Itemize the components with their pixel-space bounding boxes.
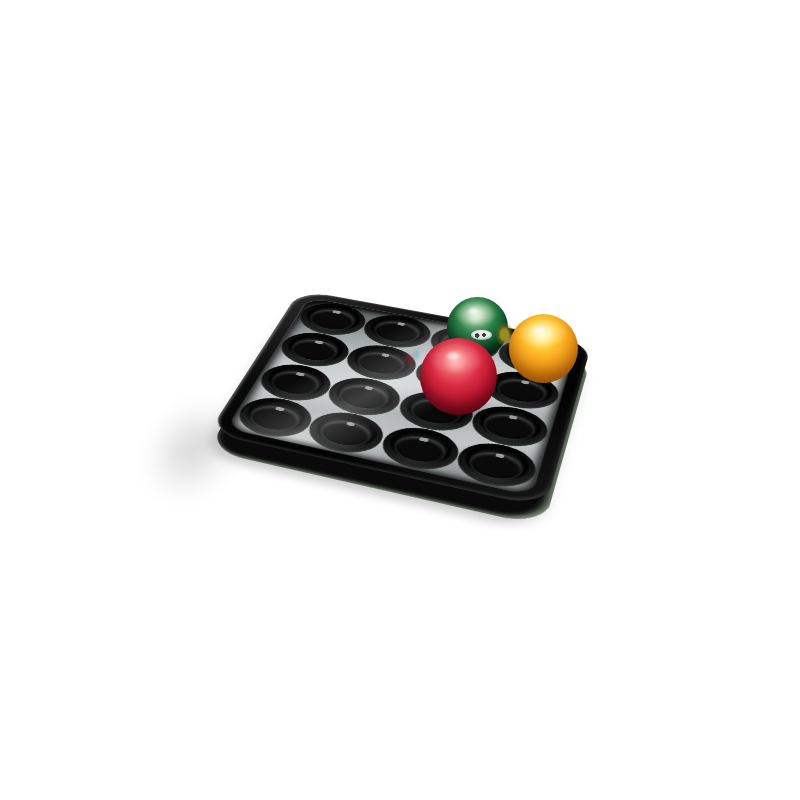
recess-r3c1-empty [301, 407, 391, 459]
green-ball-number-spot [471, 330, 492, 340]
recess-r3c2-empty [375, 422, 465, 476]
recess-r3c3-empty [451, 438, 541, 494]
red-ball [420, 338, 497, 415]
yellow-ball [509, 314, 578, 383]
product-photo-canvas [0, 0, 800, 800]
